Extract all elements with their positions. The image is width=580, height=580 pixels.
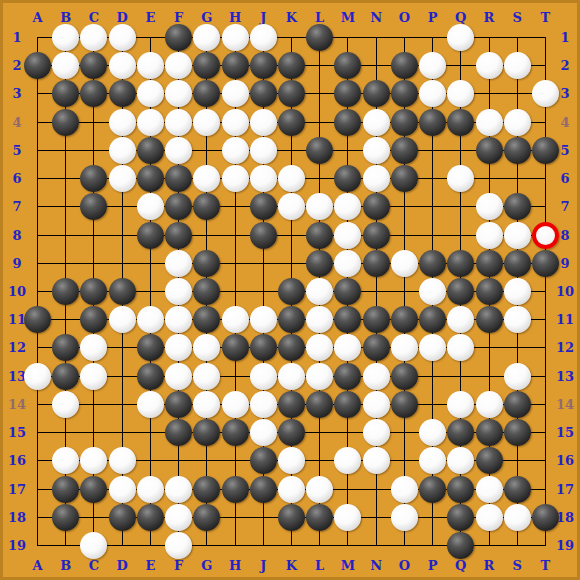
intersection-L19[interactable] — [306, 531, 334, 559]
intersection-R10[interactable] — [475, 277, 503, 305]
intersection-Q8[interactable] — [447, 221, 475, 249]
intersection-P16[interactable] — [418, 447, 446, 475]
intersection-R4[interactable] — [475, 108, 503, 136]
intersection-N8[interactable] — [362, 221, 390, 249]
intersection-E15[interactable] — [136, 418, 164, 446]
intersection-L2[interactable] — [306, 52, 334, 80]
intersection-P11[interactable] — [418, 306, 446, 334]
intersection-R3[interactable] — [475, 80, 503, 108]
intersection-K18[interactable] — [277, 503, 305, 531]
intersection-N4[interactable] — [362, 108, 390, 136]
intersection-B17[interactable] — [52, 475, 80, 503]
intersection-B13[interactable] — [52, 362, 80, 390]
intersection-N10[interactable] — [362, 277, 390, 305]
intersection-J17[interactable] — [249, 475, 277, 503]
intersection-D18[interactable] — [108, 503, 136, 531]
intersection-B5[interactable] — [52, 136, 80, 164]
intersection-A17[interactable] — [23, 475, 51, 503]
intersection-C17[interactable] — [80, 475, 108, 503]
intersection-N2[interactable] — [362, 52, 390, 80]
intersection-O4[interactable] — [390, 108, 418, 136]
intersection-J16[interactable] — [249, 447, 277, 475]
intersection-B3[interactable] — [52, 80, 80, 108]
intersection-D19[interactable] — [108, 531, 136, 559]
intersection-R17[interactable] — [475, 475, 503, 503]
intersection-H10[interactable] — [221, 277, 249, 305]
intersection-T6[interactable] — [531, 164, 559, 192]
intersection-F7[interactable] — [164, 193, 192, 221]
intersection-N14[interactable] — [362, 390, 390, 418]
intersection-L10[interactable] — [306, 277, 334, 305]
intersection-Q18[interactable] — [447, 503, 475, 531]
intersection-B10[interactable] — [52, 277, 80, 305]
intersection-D10[interactable] — [108, 277, 136, 305]
intersection-F19[interactable] — [164, 531, 192, 559]
intersection-G12[interactable] — [193, 334, 221, 362]
intersection-B11[interactable] — [52, 306, 80, 334]
intersection-S17[interactable] — [503, 475, 531, 503]
intersection-L3[interactable] — [306, 80, 334, 108]
intersection-A19[interactable] — [23, 531, 51, 559]
intersection-M1[interactable] — [334, 23, 362, 51]
intersection-H1[interactable] — [221, 23, 249, 51]
intersection-H18[interactable] — [221, 503, 249, 531]
intersection-K3[interactable] — [277, 80, 305, 108]
intersection-N15[interactable] — [362, 418, 390, 446]
intersection-M19[interactable] — [334, 531, 362, 559]
intersection-O18[interactable] — [390, 503, 418, 531]
intersection-L1[interactable] — [306, 23, 334, 51]
intersection-M13[interactable] — [334, 362, 362, 390]
intersection-B12[interactable] — [52, 334, 80, 362]
intersection-A14[interactable] — [23, 390, 51, 418]
intersection-F5[interactable] — [164, 136, 192, 164]
intersection-H11[interactable] — [221, 306, 249, 334]
intersection-A11[interactable] — [23, 306, 51, 334]
intersection-E5[interactable] — [136, 136, 164, 164]
intersection-B6[interactable] — [52, 164, 80, 192]
intersection-Q11[interactable] — [447, 306, 475, 334]
intersection-P3[interactable] — [418, 80, 446, 108]
intersection-N7[interactable] — [362, 193, 390, 221]
intersection-N13[interactable] — [362, 362, 390, 390]
intersection-O5[interactable] — [390, 136, 418, 164]
intersection-P8[interactable] — [418, 221, 446, 249]
intersection-Q17[interactable] — [447, 475, 475, 503]
intersection-K15[interactable] — [277, 418, 305, 446]
intersection-L7[interactable] — [306, 193, 334, 221]
intersection-N11[interactable] — [362, 306, 390, 334]
intersection-P18[interactable] — [418, 503, 446, 531]
intersection-H6[interactable] — [221, 164, 249, 192]
intersection-H7[interactable] — [221, 193, 249, 221]
intersection-B14[interactable] — [52, 390, 80, 418]
intersection-T16[interactable] — [531, 447, 559, 475]
intersection-J2[interactable] — [249, 52, 277, 80]
intersection-J11[interactable] — [249, 306, 277, 334]
intersection-C19[interactable] — [80, 531, 108, 559]
intersection-F15[interactable] — [164, 418, 192, 446]
intersection-H5[interactable] — [221, 136, 249, 164]
intersection-Q2[interactable] — [447, 52, 475, 80]
intersection-G18[interactable] — [193, 503, 221, 531]
intersection-J14[interactable] — [249, 390, 277, 418]
intersection-E6[interactable] — [136, 164, 164, 192]
intersection-M16[interactable] — [334, 447, 362, 475]
intersection-O9[interactable] — [390, 249, 418, 277]
intersection-Q12[interactable] — [447, 334, 475, 362]
intersection-B9[interactable] — [52, 249, 80, 277]
intersection-K17[interactable] — [277, 475, 305, 503]
intersection-R8[interactable] — [475, 221, 503, 249]
intersection-D14[interactable] — [108, 390, 136, 418]
intersection-P5[interactable] — [418, 136, 446, 164]
intersection-O15[interactable] — [390, 418, 418, 446]
intersection-G9[interactable] — [193, 249, 221, 277]
intersection-C3[interactable] — [80, 80, 108, 108]
intersection-G19[interactable] — [193, 531, 221, 559]
intersection-R18[interactable] — [475, 503, 503, 531]
intersection-E16[interactable] — [136, 447, 164, 475]
intersection-N3[interactable] — [362, 80, 390, 108]
intersection-T12[interactable] — [531, 334, 559, 362]
intersection-G6[interactable] — [193, 164, 221, 192]
intersection-S16[interactable] — [503, 447, 531, 475]
intersection-E19[interactable] — [136, 531, 164, 559]
intersection-A7[interactable] — [23, 193, 51, 221]
intersection-T13[interactable] — [531, 362, 559, 390]
intersection-M3[interactable] — [334, 80, 362, 108]
intersection-D6[interactable] — [108, 164, 136, 192]
intersection-H9[interactable] — [221, 249, 249, 277]
intersection-E11[interactable] — [136, 306, 164, 334]
intersection-K5[interactable] — [277, 136, 305, 164]
intersection-M8[interactable] — [334, 221, 362, 249]
intersection-O13[interactable] — [390, 362, 418, 390]
intersection-F17[interactable] — [164, 475, 192, 503]
intersection-B4[interactable] — [52, 108, 80, 136]
intersection-S14[interactable] — [503, 390, 531, 418]
intersection-A16[interactable] — [23, 447, 51, 475]
intersection-K16[interactable] — [277, 447, 305, 475]
intersection-S10[interactable] — [503, 277, 531, 305]
intersection-G4[interactable] — [193, 108, 221, 136]
intersection-C10[interactable] — [80, 277, 108, 305]
intersection-L6[interactable] — [306, 164, 334, 192]
intersection-E8[interactable] — [136, 221, 164, 249]
intersection-S5[interactable] — [503, 136, 531, 164]
intersection-B15[interactable] — [52, 418, 80, 446]
intersection-J9[interactable] — [249, 249, 277, 277]
intersection-T18[interactable] — [531, 503, 559, 531]
intersection-H13[interactable] — [221, 362, 249, 390]
intersection-G14[interactable] — [193, 390, 221, 418]
intersection-Q9[interactable] — [447, 249, 475, 277]
intersection-J1[interactable] — [249, 23, 277, 51]
intersection-Q5[interactable] — [447, 136, 475, 164]
intersection-P17[interactable] — [418, 475, 446, 503]
intersection-P10[interactable] — [418, 277, 446, 305]
intersection-M11[interactable] — [334, 306, 362, 334]
intersection-R11[interactable] — [475, 306, 503, 334]
intersection-A15[interactable] — [23, 418, 51, 446]
intersection-A3[interactable] — [23, 80, 51, 108]
intersection-E3[interactable] — [136, 80, 164, 108]
intersection-T5[interactable] — [531, 136, 559, 164]
intersection-Q16[interactable] — [447, 447, 475, 475]
intersection-O3[interactable] — [390, 80, 418, 108]
intersection-N1[interactable] — [362, 23, 390, 51]
intersection-C8[interactable] — [80, 221, 108, 249]
intersection-R12[interactable] — [475, 334, 503, 362]
intersection-H3[interactable] — [221, 80, 249, 108]
intersection-S6[interactable] — [503, 164, 531, 192]
intersection-G17[interactable] — [193, 475, 221, 503]
intersection-H17[interactable] — [221, 475, 249, 503]
intersection-N12[interactable] — [362, 334, 390, 362]
intersection-F14[interactable] — [164, 390, 192, 418]
intersection-S11[interactable] — [503, 306, 531, 334]
intersection-Q14[interactable] — [447, 390, 475, 418]
intersection-K4[interactable] — [277, 108, 305, 136]
intersection-A5[interactable] — [23, 136, 51, 164]
intersection-D11[interactable] — [108, 306, 136, 334]
intersection-O8[interactable] — [390, 221, 418, 249]
intersection-T1[interactable] — [531, 23, 559, 51]
intersection-A13[interactable] — [23, 362, 51, 390]
intersection-R14[interactable] — [475, 390, 503, 418]
intersection-M4[interactable] — [334, 108, 362, 136]
intersection-P12[interactable] — [418, 334, 446, 362]
intersection-Q10[interactable] — [447, 277, 475, 305]
intersection-B16[interactable] — [52, 447, 80, 475]
intersection-L15[interactable] — [306, 418, 334, 446]
intersection-C6[interactable] — [80, 164, 108, 192]
intersection-F13[interactable] — [164, 362, 192, 390]
intersection-E10[interactable] — [136, 277, 164, 305]
intersection-G1[interactable] — [193, 23, 221, 51]
intersection-N9[interactable] — [362, 249, 390, 277]
intersection-T4[interactable] — [531, 108, 559, 136]
intersection-H16[interactable] — [221, 447, 249, 475]
intersection-F1[interactable] — [164, 23, 192, 51]
intersection-F9[interactable] — [164, 249, 192, 277]
intersection-B8[interactable] — [52, 221, 80, 249]
intersection-C1[interactable] — [80, 23, 108, 51]
intersection-B19[interactable] — [52, 531, 80, 559]
intersection-F10[interactable] — [164, 277, 192, 305]
intersection-D2[interactable] — [108, 52, 136, 80]
intersection-T9[interactable] — [531, 249, 559, 277]
intersection-O12[interactable] — [390, 334, 418, 362]
intersection-L12[interactable] — [306, 334, 334, 362]
intersection-M12[interactable] — [334, 334, 362, 362]
intersection-B18[interactable] — [52, 503, 80, 531]
intersection-K2[interactable] — [277, 52, 305, 80]
intersection-R19[interactable] — [475, 531, 503, 559]
intersection-D4[interactable] — [108, 108, 136, 136]
intersection-K10[interactable] — [277, 277, 305, 305]
intersection-J12[interactable] — [249, 334, 277, 362]
intersection-D9[interactable] — [108, 249, 136, 277]
intersection-B7[interactable] — [52, 193, 80, 221]
intersection-C18[interactable] — [80, 503, 108, 531]
intersection-M18[interactable] — [334, 503, 362, 531]
intersection-G13[interactable] — [193, 362, 221, 390]
intersection-G15[interactable] — [193, 418, 221, 446]
intersection-N17[interactable] — [362, 475, 390, 503]
intersection-E7[interactable] — [136, 193, 164, 221]
intersection-Q6[interactable] — [447, 164, 475, 192]
intersection-K19[interactable] — [277, 531, 305, 559]
intersection-H2[interactable] — [221, 52, 249, 80]
intersection-D12[interactable] — [108, 334, 136, 362]
intersection-T3[interactable] — [531, 80, 559, 108]
intersection-Q7[interactable] — [447, 193, 475, 221]
intersection-T2[interactable] — [531, 52, 559, 80]
intersection-F18[interactable] — [164, 503, 192, 531]
intersection-L16[interactable] — [306, 447, 334, 475]
intersection-K1[interactable] — [277, 23, 305, 51]
intersection-S9[interactable] — [503, 249, 531, 277]
intersection-S15[interactable] — [503, 418, 531, 446]
intersection-L13[interactable] — [306, 362, 334, 390]
intersection-A18[interactable] — [23, 503, 51, 531]
intersection-J10[interactable] — [249, 277, 277, 305]
intersection-D5[interactable] — [108, 136, 136, 164]
intersection-R2[interactable] — [475, 52, 503, 80]
intersection-M14[interactable] — [334, 390, 362, 418]
intersection-M17[interactable] — [334, 475, 362, 503]
intersection-S13[interactable] — [503, 362, 531, 390]
intersection-K11[interactable] — [277, 306, 305, 334]
intersection-P4[interactable] — [418, 108, 446, 136]
intersection-G7[interactable] — [193, 193, 221, 221]
intersection-Q3[interactable] — [447, 80, 475, 108]
intersection-C13[interactable] — [80, 362, 108, 390]
intersection-J3[interactable] — [249, 80, 277, 108]
intersection-J19[interactable] — [249, 531, 277, 559]
intersection-B1[interactable] — [52, 23, 80, 51]
intersection-F12[interactable] — [164, 334, 192, 362]
intersection-E12[interactable] — [136, 334, 164, 362]
intersection-A4[interactable] — [23, 108, 51, 136]
intersection-K13[interactable] — [277, 362, 305, 390]
intersection-R9[interactable] — [475, 249, 503, 277]
intersection-M15[interactable] — [334, 418, 362, 446]
intersection-P19[interactable] — [418, 531, 446, 559]
intersection-G8[interactable] — [193, 221, 221, 249]
intersection-O7[interactable] — [390, 193, 418, 221]
intersection-T15[interactable] — [531, 418, 559, 446]
intersection-E17[interactable] — [136, 475, 164, 503]
intersection-S18[interactable] — [503, 503, 531, 531]
intersection-P15[interactable] — [418, 418, 446, 446]
intersection-L11[interactable] — [306, 306, 334, 334]
intersection-H4[interactable] — [221, 108, 249, 136]
intersection-F11[interactable] — [164, 306, 192, 334]
intersection-T19[interactable] — [531, 531, 559, 559]
intersection-T10[interactable] — [531, 277, 559, 305]
intersection-N16[interactable] — [362, 447, 390, 475]
intersection-O14[interactable] — [390, 390, 418, 418]
intersection-O6[interactable] — [390, 164, 418, 192]
intersection-L5[interactable] — [306, 136, 334, 164]
intersection-L8[interactable] — [306, 221, 334, 249]
intersection-R1[interactable] — [475, 23, 503, 51]
intersection-S19[interactable] — [503, 531, 531, 559]
intersection-P1[interactable] — [418, 23, 446, 51]
intersection-A12[interactable] — [23, 334, 51, 362]
intersection-O1[interactable] — [390, 23, 418, 51]
intersection-K6[interactable] — [277, 164, 305, 192]
intersection-O11[interactable] — [390, 306, 418, 334]
intersection-A9[interactable] — [23, 249, 51, 277]
intersection-K12[interactable] — [277, 334, 305, 362]
intersection-A6[interactable] — [23, 164, 51, 192]
intersection-J8[interactable] — [249, 221, 277, 249]
intersection-K9[interactable] — [277, 249, 305, 277]
intersection-K14[interactable] — [277, 390, 305, 418]
intersection-Q19[interactable] — [447, 531, 475, 559]
intersection-D15[interactable] — [108, 418, 136, 446]
intersection-P13[interactable] — [418, 362, 446, 390]
intersection-N6[interactable] — [362, 164, 390, 192]
intersection-E1[interactable] — [136, 23, 164, 51]
intersection-S12[interactable] — [503, 334, 531, 362]
intersection-G2[interactable] — [193, 52, 221, 80]
intersection-Q1[interactable] — [447, 23, 475, 51]
intersection-S8[interactable] — [503, 221, 531, 249]
intersection-Q15[interactable] — [447, 418, 475, 446]
intersection-C14[interactable] — [80, 390, 108, 418]
intersection-C15[interactable] — [80, 418, 108, 446]
intersection-S4[interactable] — [503, 108, 531, 136]
intersection-C12[interactable] — [80, 334, 108, 362]
intersection-J4[interactable] — [249, 108, 277, 136]
intersection-C7[interactable] — [80, 193, 108, 221]
intersection-G10[interactable] — [193, 277, 221, 305]
intersection-B2[interactable] — [52, 52, 80, 80]
intersection-H19[interactable] — [221, 531, 249, 559]
intersection-H15[interactable] — [221, 418, 249, 446]
intersection-A8[interactable] — [23, 221, 51, 249]
intersection-A1[interactable] — [23, 23, 51, 51]
intersection-P14[interactable] — [418, 390, 446, 418]
intersection-K8[interactable] — [277, 221, 305, 249]
intersection-D16[interactable] — [108, 447, 136, 475]
intersection-C2[interactable] — [80, 52, 108, 80]
intersection-J5[interactable] — [249, 136, 277, 164]
intersection-H12[interactable] — [221, 334, 249, 362]
intersection-J15[interactable] — [249, 418, 277, 446]
intersection-P6[interactable] — [418, 164, 446, 192]
intersection-C11[interactable] — [80, 306, 108, 334]
intersection-A2[interactable] — [23, 52, 51, 80]
intersection-E13[interactable] — [136, 362, 164, 390]
intersection-A10[interactable] — [23, 277, 51, 305]
intersection-S1[interactable] — [503, 23, 531, 51]
intersection-C5[interactable] — [80, 136, 108, 164]
intersection-J6[interactable] — [249, 164, 277, 192]
intersection-N19[interactable] — [362, 531, 390, 559]
intersection-E2[interactable] — [136, 52, 164, 80]
intersection-D8[interactable] — [108, 221, 136, 249]
intersection-F3[interactable] — [164, 80, 192, 108]
intersection-M5[interactable] — [334, 136, 362, 164]
intersection-G16[interactable] — [193, 447, 221, 475]
intersection-C4[interactable] — [80, 108, 108, 136]
